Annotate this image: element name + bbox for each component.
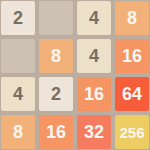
board-2048[interactable]: 2 4 8 8 4 16 4 2 16 64 8 16 32 256 [0, 0, 150, 150]
tile-r0c1-empty [39, 1, 73, 35]
tile-r2c0: 4 [1, 77, 35, 111]
tile-r1c1: 8 [39, 39, 73, 73]
tile-r0c2: 4 [77, 1, 111, 35]
tile-r2c1: 2 [39, 77, 73, 111]
tile-r2c3: 64 [115, 77, 149, 111]
tile-r1c3: 16 [115, 39, 149, 73]
tile-r0c0: 2 [1, 1, 35, 35]
tile-r3c3: 256 [115, 115, 149, 149]
tile-r3c0: 8 [1, 115, 35, 149]
tile-r0c3: 8 [115, 1, 149, 35]
tile-r1c0-empty [1, 39, 35, 73]
tile-r1c2: 4 [77, 39, 111, 73]
tile-r3c2: 32 [77, 115, 111, 149]
tile-r2c2: 16 [77, 77, 111, 111]
tile-r3c1: 16 [39, 115, 73, 149]
